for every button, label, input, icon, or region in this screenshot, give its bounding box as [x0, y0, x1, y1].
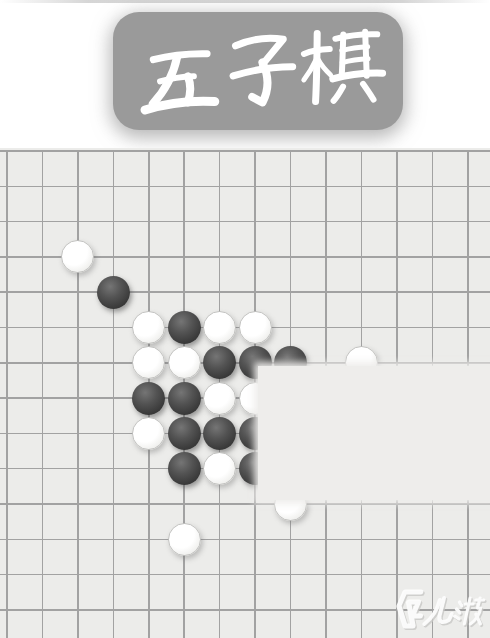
- jiuyou-watermark: 九游: [394, 584, 488, 636]
- blur-overlay: [258, 366, 490, 500]
- black-stone: [168, 452, 201, 485]
- white-stone: [203, 311, 236, 344]
- grid-line-horizontal: [0, 291, 490, 293]
- char-qi: [302, 31, 383, 102]
- white-stone: [61, 240, 94, 273]
- black-stone: [168, 311, 201, 344]
- grid-line-vertical: [77, 150, 79, 638]
- white-stone: [203, 382, 236, 415]
- grid-line-vertical: [6, 150, 8, 638]
- grid-line-horizontal: [0, 150, 490, 152]
- black-stone: [168, 382, 201, 415]
- title-banner: 五子棋: [113, 12, 403, 130]
- grid-line-horizontal: [0, 574, 490, 576]
- white-stone: [132, 346, 165, 379]
- grid-line-vertical: [42, 150, 44, 638]
- jiuyou-watermark-logo: [394, 584, 488, 636]
- grid-line-horizontal: [0, 221, 490, 223]
- grid-line-horizontal: [0, 186, 490, 188]
- black-stone: [132, 382, 165, 415]
- black-stone: [203, 346, 236, 379]
- grid-line-vertical: [113, 150, 115, 638]
- char-zi: [231, 37, 294, 104]
- black-stone: [203, 417, 236, 450]
- top-edge-strip: [0, 0, 490, 3]
- white-stone: [203, 452, 236, 485]
- black-stone: [97, 276, 130, 309]
- white-stone: [239, 311, 272, 344]
- white-stone: [132, 417, 165, 450]
- grid-line-horizontal: [0, 503, 490, 505]
- grid-line-horizontal: [0, 539, 490, 541]
- game-screen: 五子棋: [0, 0, 490, 638]
- white-stone: [168, 523, 201, 556]
- char-wu: [143, 53, 215, 110]
- white-stone: [168, 346, 201, 379]
- title-calligraphy: [113, 12, 403, 130]
- white-stone: [132, 311, 165, 344]
- black-stone: [168, 417, 201, 450]
